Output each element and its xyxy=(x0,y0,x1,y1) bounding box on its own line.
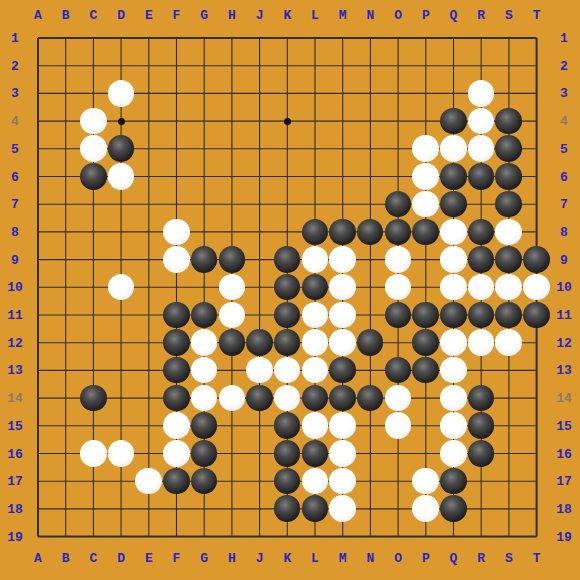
intersection-P7[interactable] xyxy=(412,190,440,218)
intersection-H8[interactable] xyxy=(218,218,246,246)
intersection-B9[interactable] xyxy=(52,246,80,274)
intersection-K2[interactable] xyxy=(273,52,301,80)
intersection-M13[interactable] xyxy=(329,356,357,384)
intersection-C17[interactable] xyxy=(80,467,108,495)
intersection-O8[interactable] xyxy=(384,218,412,246)
intersection-G19[interactable] xyxy=(190,523,218,551)
intersection-L9[interactable] xyxy=(301,246,329,274)
intersection-T19[interactable] xyxy=(523,523,551,551)
intersection-A3[interactable] xyxy=(24,80,52,108)
intersection-H4[interactable] xyxy=(218,107,246,135)
intersection-C2[interactable] xyxy=(80,52,108,80)
intersection-K6[interactable] xyxy=(273,163,301,191)
intersection-E15[interactable] xyxy=(135,412,163,440)
intersection-F12[interactable] xyxy=(163,329,191,357)
intersection-M11[interactable] xyxy=(329,301,357,329)
intersection-N11[interactable] xyxy=(356,301,384,329)
intersection-E1[interactable] xyxy=(135,24,163,52)
intersection-T2[interactable] xyxy=(523,52,551,80)
intersection-O9[interactable] xyxy=(384,246,412,274)
intersection-J19[interactable] xyxy=(246,523,274,551)
intersection-R14[interactable] xyxy=(467,384,495,412)
intersection-E9[interactable] xyxy=(135,246,163,274)
intersection-L2[interactable] xyxy=(301,52,329,80)
intersection-L1[interactable] xyxy=(301,24,329,52)
intersection-A12[interactable] xyxy=(24,329,52,357)
intersection-H13[interactable] xyxy=(218,356,246,384)
intersection-N8[interactable] xyxy=(356,218,384,246)
intersection-C13[interactable] xyxy=(80,356,108,384)
intersection-D3[interactable] xyxy=(107,80,135,108)
intersection-D4[interactable] xyxy=(107,107,135,135)
intersection-N6[interactable] xyxy=(356,163,384,191)
intersection-M1[interactable] xyxy=(329,24,357,52)
intersection-N7[interactable] xyxy=(356,190,384,218)
intersection-T4[interactable] xyxy=(523,107,551,135)
intersection-J15[interactable] xyxy=(246,412,274,440)
intersection-D2[interactable] xyxy=(107,52,135,80)
intersection-E13[interactable] xyxy=(135,356,163,384)
intersection-S11[interactable] xyxy=(495,301,523,329)
intersection-S5[interactable] xyxy=(495,135,523,163)
intersection-G15[interactable] xyxy=(190,412,218,440)
intersection-L4[interactable] xyxy=(301,107,329,135)
intersection-P5[interactable] xyxy=(412,135,440,163)
intersection-Q6[interactable] xyxy=(439,163,467,191)
intersection-D10[interactable] xyxy=(107,273,135,301)
intersection-J4[interactable] xyxy=(246,107,274,135)
intersection-S12[interactable] xyxy=(495,329,523,357)
intersection-G1[interactable] xyxy=(190,24,218,52)
intersection-G3[interactable] xyxy=(190,80,218,108)
intersection-K12[interactable] xyxy=(273,329,301,357)
intersection-Q16[interactable] xyxy=(439,439,467,467)
intersection-B8[interactable] xyxy=(52,218,80,246)
intersection-K18[interactable] xyxy=(273,495,301,523)
intersection-Q8[interactable] xyxy=(439,218,467,246)
intersection-D17[interactable] xyxy=(107,467,135,495)
intersection-R4[interactable] xyxy=(467,107,495,135)
intersection-K11[interactable] xyxy=(273,301,301,329)
intersection-B5[interactable] xyxy=(52,135,80,163)
intersection-C8[interactable] xyxy=(80,218,108,246)
intersection-T9[interactable] xyxy=(523,246,551,274)
intersection-P16[interactable] xyxy=(412,439,440,467)
intersection-E3[interactable] xyxy=(135,80,163,108)
intersection-Q5[interactable] xyxy=(439,135,467,163)
intersection-H6[interactable] xyxy=(218,163,246,191)
intersection-O16[interactable] xyxy=(384,439,412,467)
intersection-G7[interactable] xyxy=(190,190,218,218)
intersection-L6[interactable] xyxy=(301,163,329,191)
intersection-D14[interactable] xyxy=(107,384,135,412)
intersection-C14[interactable] xyxy=(80,384,108,412)
intersection-L17[interactable] xyxy=(301,467,329,495)
intersection-A16[interactable] xyxy=(24,439,52,467)
intersection-L7[interactable] xyxy=(301,190,329,218)
intersection-S14[interactable] xyxy=(495,384,523,412)
intersection-S10[interactable] xyxy=(495,273,523,301)
intersection-A6[interactable] xyxy=(24,163,52,191)
intersection-M15[interactable] xyxy=(329,412,357,440)
intersection-Q18[interactable] xyxy=(439,495,467,523)
intersection-Q17[interactable] xyxy=(439,467,467,495)
intersection-N10[interactable] xyxy=(356,273,384,301)
intersection-E14[interactable] xyxy=(135,384,163,412)
intersection-F5[interactable] xyxy=(163,135,191,163)
intersection-C3[interactable] xyxy=(80,80,108,108)
intersection-N16[interactable] xyxy=(356,439,384,467)
intersection-F4[interactable] xyxy=(163,107,191,135)
intersection-G17[interactable] xyxy=(190,467,218,495)
intersection-P11[interactable] xyxy=(412,301,440,329)
intersection-F3[interactable] xyxy=(163,80,191,108)
intersection-P8[interactable] xyxy=(412,218,440,246)
intersection-O5[interactable] xyxy=(384,135,412,163)
intersection-M8[interactable] xyxy=(329,218,357,246)
intersection-O14[interactable] xyxy=(384,384,412,412)
intersection-E2[interactable] xyxy=(135,52,163,80)
intersection-P19[interactable] xyxy=(412,523,440,551)
intersection-T14[interactable] xyxy=(523,384,551,412)
intersection-P1[interactable] xyxy=(412,24,440,52)
intersection-O18[interactable] xyxy=(384,495,412,523)
intersection-Q1[interactable] xyxy=(439,24,467,52)
intersection-P4[interactable] xyxy=(412,107,440,135)
intersection-C18[interactable] xyxy=(80,495,108,523)
intersection-M10[interactable] xyxy=(329,273,357,301)
intersection-A11[interactable] xyxy=(24,301,52,329)
intersection-M19[interactable] xyxy=(329,523,357,551)
intersection-T10[interactable] xyxy=(523,273,551,301)
intersection-E16[interactable] xyxy=(135,439,163,467)
intersection-F8[interactable] xyxy=(163,218,191,246)
intersection-Q2[interactable] xyxy=(439,52,467,80)
intersection-B15[interactable] xyxy=(52,412,80,440)
intersection-J5[interactable] xyxy=(246,135,274,163)
intersection-J7[interactable] xyxy=(246,190,274,218)
intersection-O2[interactable] xyxy=(384,52,412,80)
intersection-Q9[interactable] xyxy=(439,246,467,274)
intersection-K8[interactable] xyxy=(273,218,301,246)
intersection-Q14[interactable] xyxy=(439,384,467,412)
intersection-R1[interactable] xyxy=(467,24,495,52)
intersection-J1[interactable] xyxy=(246,24,274,52)
intersection-H3[interactable] xyxy=(218,80,246,108)
intersection-L5[interactable] xyxy=(301,135,329,163)
intersection-R10[interactable] xyxy=(467,273,495,301)
intersection-A17[interactable] xyxy=(24,467,52,495)
intersection-T5[interactable] xyxy=(523,135,551,163)
intersection-L12[interactable] xyxy=(301,329,329,357)
intersection-H10[interactable] xyxy=(218,273,246,301)
intersection-A4[interactable] xyxy=(24,107,52,135)
intersection-R18[interactable] xyxy=(467,495,495,523)
intersection-K15[interactable] xyxy=(273,412,301,440)
intersection-G16[interactable] xyxy=(190,439,218,467)
intersection-O11[interactable] xyxy=(384,301,412,329)
intersection-R16[interactable] xyxy=(467,439,495,467)
intersection-N12[interactable] xyxy=(356,329,384,357)
intersection-Q13[interactable] xyxy=(439,356,467,384)
intersection-M17[interactable] xyxy=(329,467,357,495)
intersection-D9[interactable] xyxy=(107,246,135,274)
intersection-H14[interactable] xyxy=(218,384,246,412)
intersection-J2[interactable] xyxy=(246,52,274,80)
intersection-L8[interactable] xyxy=(301,218,329,246)
intersection-O1[interactable] xyxy=(384,24,412,52)
intersection-L11[interactable] xyxy=(301,301,329,329)
intersection-K7[interactable] xyxy=(273,190,301,218)
intersection-D13[interactable] xyxy=(107,356,135,384)
intersection-N18[interactable] xyxy=(356,495,384,523)
intersection-A10[interactable] xyxy=(24,273,52,301)
intersection-P3[interactable] xyxy=(412,80,440,108)
intersection-D11[interactable] xyxy=(107,301,135,329)
intersection-B4[interactable] xyxy=(52,107,80,135)
intersection-P15[interactable] xyxy=(412,412,440,440)
intersection-L3[interactable] xyxy=(301,80,329,108)
intersection-A5[interactable] xyxy=(24,135,52,163)
intersection-L14[interactable] xyxy=(301,384,329,412)
intersection-Q10[interactable] xyxy=(439,273,467,301)
intersection-J13[interactable] xyxy=(246,356,274,384)
intersection-T12[interactable] xyxy=(523,329,551,357)
intersection-T17[interactable] xyxy=(523,467,551,495)
intersection-N9[interactable] xyxy=(356,246,384,274)
intersection-E8[interactable] xyxy=(135,218,163,246)
intersection-G2[interactable] xyxy=(190,52,218,80)
intersection-B1[interactable] xyxy=(52,24,80,52)
intersection-M4[interactable] xyxy=(329,107,357,135)
intersection-T8[interactable] xyxy=(523,218,551,246)
intersection-A2[interactable] xyxy=(24,52,52,80)
intersection-N14[interactable] xyxy=(356,384,384,412)
intersection-A18[interactable] xyxy=(24,495,52,523)
intersection-O19[interactable] xyxy=(384,523,412,551)
intersection-O6[interactable] xyxy=(384,163,412,191)
intersection-M12[interactable] xyxy=(329,329,357,357)
intersection-B3[interactable] xyxy=(52,80,80,108)
intersection-H1[interactable] xyxy=(218,24,246,52)
intersection-N3[interactable] xyxy=(356,80,384,108)
intersection-B18[interactable] xyxy=(52,495,80,523)
intersection-G10[interactable] xyxy=(190,273,218,301)
intersection-S2[interactable] xyxy=(495,52,523,80)
intersection-K10[interactable] xyxy=(273,273,301,301)
intersection-H11[interactable] xyxy=(218,301,246,329)
intersection-B6[interactable] xyxy=(52,163,80,191)
intersection-P2[interactable] xyxy=(412,52,440,80)
intersection-P12[interactable] xyxy=(412,329,440,357)
intersection-N2[interactable] xyxy=(356,52,384,80)
intersection-D19[interactable] xyxy=(107,523,135,551)
intersection-Q19[interactable] xyxy=(439,523,467,551)
intersection-D6[interactable] xyxy=(107,163,135,191)
intersection-Q3[interactable] xyxy=(439,80,467,108)
intersection-N15[interactable] xyxy=(356,412,384,440)
intersection-S8[interactable] xyxy=(495,218,523,246)
intersection-G6[interactable] xyxy=(190,163,218,191)
intersection-D16[interactable] xyxy=(107,439,135,467)
intersection-F11[interactable] xyxy=(163,301,191,329)
intersection-F9[interactable] xyxy=(163,246,191,274)
intersection-H12[interactable] xyxy=(218,329,246,357)
intersection-K5[interactable] xyxy=(273,135,301,163)
intersection-S17[interactable] xyxy=(495,467,523,495)
intersection-P10[interactable] xyxy=(412,273,440,301)
intersection-N17[interactable] xyxy=(356,467,384,495)
intersection-S9[interactable] xyxy=(495,246,523,274)
intersection-T16[interactable] xyxy=(523,439,551,467)
intersection-F18[interactable] xyxy=(163,495,191,523)
intersection-M16[interactable] xyxy=(329,439,357,467)
intersection-S4[interactable] xyxy=(495,107,523,135)
intersection-O10[interactable] xyxy=(384,273,412,301)
intersection-D5[interactable] xyxy=(107,135,135,163)
intersection-C15[interactable] xyxy=(80,412,108,440)
intersection-C10[interactable] xyxy=(80,273,108,301)
intersection-F7[interactable] xyxy=(163,190,191,218)
intersection-L15[interactable] xyxy=(301,412,329,440)
intersection-G8[interactable] xyxy=(190,218,218,246)
intersection-S16[interactable] xyxy=(495,439,523,467)
intersection-M14[interactable] xyxy=(329,384,357,412)
intersection-S18[interactable] xyxy=(495,495,523,523)
intersection-Q12[interactable] xyxy=(439,329,467,357)
intersection-G11[interactable] xyxy=(190,301,218,329)
intersection-T13[interactable] xyxy=(523,356,551,384)
intersection-C7[interactable] xyxy=(80,190,108,218)
intersection-P14[interactable] xyxy=(412,384,440,412)
intersection-R13[interactable] xyxy=(467,356,495,384)
intersection-Q4[interactable] xyxy=(439,107,467,135)
intersection-L16[interactable] xyxy=(301,439,329,467)
intersection-P18[interactable] xyxy=(412,495,440,523)
intersection-T18[interactable] xyxy=(523,495,551,523)
intersection-H7[interactable] xyxy=(218,190,246,218)
intersection-A13[interactable] xyxy=(24,356,52,384)
intersection-R12[interactable] xyxy=(467,329,495,357)
intersection-P13[interactable] xyxy=(412,356,440,384)
intersection-M2[interactable] xyxy=(329,52,357,80)
intersection-F1[interactable] xyxy=(163,24,191,52)
intersection-F17[interactable] xyxy=(163,467,191,495)
intersection-E19[interactable] xyxy=(135,523,163,551)
intersection-R6[interactable] xyxy=(467,163,495,191)
intersection-M3[interactable] xyxy=(329,80,357,108)
intersection-J12[interactable] xyxy=(246,329,274,357)
intersection-J8[interactable] xyxy=(246,218,274,246)
intersection-S6[interactable] xyxy=(495,163,523,191)
intersection-A14[interactable] xyxy=(24,384,52,412)
intersection-K16[interactable] xyxy=(273,439,301,467)
intersection-A9[interactable] xyxy=(24,246,52,274)
intersection-C6[interactable] xyxy=(80,163,108,191)
intersection-O15[interactable] xyxy=(384,412,412,440)
intersection-D15[interactable] xyxy=(107,412,135,440)
intersection-Q11[interactable] xyxy=(439,301,467,329)
intersection-B19[interactable] xyxy=(52,523,80,551)
intersection-E10[interactable] xyxy=(135,273,163,301)
intersection-J16[interactable] xyxy=(246,439,274,467)
intersection-C16[interactable] xyxy=(80,439,108,467)
intersection-G18[interactable] xyxy=(190,495,218,523)
intersection-N4[interactable] xyxy=(356,107,384,135)
intersection-B12[interactable] xyxy=(52,329,80,357)
intersection-S13[interactable] xyxy=(495,356,523,384)
intersection-S15[interactable] xyxy=(495,412,523,440)
intersection-E7[interactable] xyxy=(135,190,163,218)
intersection-G5[interactable] xyxy=(190,135,218,163)
intersection-R9[interactable] xyxy=(467,246,495,274)
intersection-B10[interactable] xyxy=(52,273,80,301)
intersection-R17[interactable] xyxy=(467,467,495,495)
intersection-D8[interactable] xyxy=(107,218,135,246)
intersection-B16[interactable] xyxy=(52,439,80,467)
intersection-N5[interactable] xyxy=(356,135,384,163)
intersection-M7[interactable] xyxy=(329,190,357,218)
intersection-R8[interactable] xyxy=(467,218,495,246)
intersection-M5[interactable] xyxy=(329,135,357,163)
intersection-F19[interactable] xyxy=(163,523,191,551)
intersection-C9[interactable] xyxy=(80,246,108,274)
intersection-O17[interactable] xyxy=(384,467,412,495)
intersection-B11[interactable] xyxy=(52,301,80,329)
intersection-K19[interactable] xyxy=(273,523,301,551)
intersection-T3[interactable] xyxy=(523,80,551,108)
intersection-J18[interactable] xyxy=(246,495,274,523)
intersection-R7[interactable] xyxy=(467,190,495,218)
intersection-K3[interactable] xyxy=(273,80,301,108)
intersection-R15[interactable] xyxy=(467,412,495,440)
intersection-B2[interactable] xyxy=(52,52,80,80)
intersection-E17[interactable] xyxy=(135,467,163,495)
intersection-H17[interactable] xyxy=(218,467,246,495)
intersection-F6[interactable] xyxy=(163,163,191,191)
intersection-R19[interactable] xyxy=(467,523,495,551)
intersection-T15[interactable] xyxy=(523,412,551,440)
intersection-G4[interactable] xyxy=(190,107,218,135)
intersection-S19[interactable] xyxy=(495,523,523,551)
intersection-T1[interactable] xyxy=(523,24,551,52)
intersection-O4[interactable] xyxy=(384,107,412,135)
intersection-J6[interactable] xyxy=(246,163,274,191)
intersection-K9[interactable] xyxy=(273,246,301,274)
intersection-M6[interactable] xyxy=(329,163,357,191)
intersection-B17[interactable] xyxy=(52,467,80,495)
intersection-O3[interactable] xyxy=(384,80,412,108)
intersection-B13[interactable] xyxy=(52,356,80,384)
intersection-S1[interactable] xyxy=(495,24,523,52)
intersection-J3[interactable] xyxy=(246,80,274,108)
intersection-L19[interactable] xyxy=(301,523,329,551)
intersection-T7[interactable] xyxy=(523,190,551,218)
intersection-Q15[interactable] xyxy=(439,412,467,440)
intersection-T6[interactable] xyxy=(523,163,551,191)
intersection-N13[interactable] xyxy=(356,356,384,384)
intersection-R2[interactable] xyxy=(467,52,495,80)
intersection-J17[interactable] xyxy=(246,467,274,495)
intersection-D7[interactable] xyxy=(107,190,135,218)
intersection-L10[interactable] xyxy=(301,273,329,301)
intersection-D18[interactable] xyxy=(107,495,135,523)
intersection-E5[interactable] xyxy=(135,135,163,163)
intersection-L18[interactable] xyxy=(301,495,329,523)
intersection-C5[interactable] xyxy=(80,135,108,163)
intersection-A1[interactable] xyxy=(24,24,52,52)
intersection-D1[interactable] xyxy=(107,24,135,52)
